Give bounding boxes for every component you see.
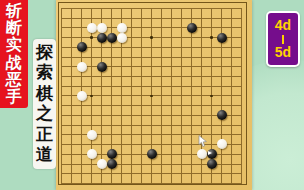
white-stone xyxy=(217,139,227,149)
white-stone xyxy=(117,33,127,43)
hoshi-point xyxy=(210,95,213,98)
rank-bottom-label: 5d xyxy=(275,45,291,60)
hoshi-point xyxy=(90,36,93,39)
video-frame: 斩断实战恶手 探索棋之正道 4d 5d xyxy=(0,0,304,190)
last-move-triangle-marker xyxy=(208,151,212,155)
black-stone xyxy=(147,149,157,159)
white-stone xyxy=(87,149,97,159)
banner-char: 断 xyxy=(5,19,22,36)
rank-divider xyxy=(282,35,285,44)
banner-char: 索 xyxy=(36,63,53,84)
black-stone xyxy=(207,159,217,169)
white-stone xyxy=(117,23,127,33)
white-stone xyxy=(97,159,107,169)
banner-char: 棋 xyxy=(36,84,53,105)
banner-char: 战 xyxy=(5,54,22,71)
white-stone xyxy=(87,23,97,33)
banner-char: 手 xyxy=(5,88,22,105)
go-board[interactable] xyxy=(56,0,252,190)
black-stone xyxy=(217,33,227,43)
black-stone xyxy=(217,110,227,120)
black-stone xyxy=(207,149,217,159)
white-stone xyxy=(77,91,87,101)
black-stone xyxy=(107,33,117,43)
black-stone xyxy=(187,23,197,33)
white-stone xyxy=(197,149,207,159)
white-stone xyxy=(97,23,107,33)
hoshi-point xyxy=(150,36,153,39)
black-stone xyxy=(107,159,117,169)
black-stone xyxy=(77,42,87,52)
black-stone xyxy=(97,33,107,43)
black-stone xyxy=(97,62,107,72)
rank-badge: 4d 5d xyxy=(266,11,300,67)
hoshi-point xyxy=(210,36,213,39)
banner-char: 道 xyxy=(36,145,53,166)
banner-char: 实 xyxy=(5,36,22,53)
banner-char: 斩 xyxy=(5,2,22,19)
banner-char: 之 xyxy=(36,104,53,125)
hoshi-point xyxy=(90,95,93,98)
black-stone xyxy=(107,149,117,159)
banner-char: 正 xyxy=(36,125,53,146)
banner-char: 探 xyxy=(36,43,53,64)
white-stone xyxy=(87,130,97,140)
banner-char: 恶 xyxy=(5,71,22,88)
left-banner: 斩断实战恶手 xyxy=(0,0,28,108)
rank-top-label: 4d xyxy=(275,18,291,33)
slogan-banner: 探索棋之正道 xyxy=(33,39,56,169)
white-stone xyxy=(77,62,87,72)
hoshi-point xyxy=(150,95,153,98)
